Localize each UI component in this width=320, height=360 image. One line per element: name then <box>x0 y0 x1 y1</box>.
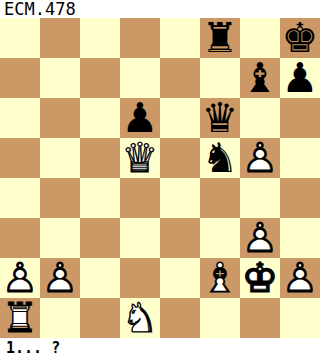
black-bishop-g7: ♝ <box>240 58 280 98</box>
square-h8[interactable]: ♚ <box>280 18 320 58</box>
square-f6[interactable]: ♛ <box>200 98 240 138</box>
square-c7[interactable] <box>80 58 120 98</box>
black-queen-f6: ♛ <box>200 98 240 138</box>
white-pawn-a2: ♙ <box>0 258 40 298</box>
square-e8[interactable] <box>160 18 200 58</box>
square-a4[interactable] <box>0 178 40 218</box>
square-f1[interactable] <box>200 298 240 338</box>
square-h2[interactable]: ♟♙ <box>280 258 320 298</box>
white-pawn-b2: ♙ <box>40 258 80 298</box>
square-c1[interactable] <box>80 298 120 338</box>
square-g7[interactable]: ♝ <box>240 58 280 98</box>
square-h5[interactable] <box>280 138 320 178</box>
square-f4[interactable] <box>200 178 240 218</box>
move-prompt: 1... ? <box>6 338 60 358</box>
puzzle-title: ECM.478 <box>4 0 76 18</box>
square-a7[interactable] <box>0 58 40 98</box>
white-rook-a1-fill: ♜ <box>0 298 40 338</box>
square-h4[interactable] <box>280 178 320 218</box>
white-king-g2: ♔ <box>240 258 280 298</box>
square-e6[interactable] <box>160 98 200 138</box>
square-g4[interactable] <box>240 178 280 218</box>
white-pawn-g3-fill: ♟ <box>240 218 280 258</box>
square-d6[interactable]: ♟ <box>120 98 160 138</box>
square-b6[interactable] <box>40 98 80 138</box>
chess-board: ♜♚♝♟♟♛♛♕♞♟♙♟♙♟♙♟♙♝♗♚♔♟♙♜♖♞♘ <box>0 18 320 338</box>
white-pawn-g3: ♙ <box>240 218 280 258</box>
white-bishop-f2: ♗ <box>200 258 240 298</box>
white-queen-d5-fill: ♛ <box>120 138 160 178</box>
square-f2[interactable]: ♝♗ <box>200 258 240 298</box>
square-a6[interactable] <box>0 98 40 138</box>
square-b4[interactable] <box>40 178 80 218</box>
square-b8[interactable] <box>40 18 80 58</box>
square-g2[interactable]: ♚♔ <box>240 258 280 298</box>
square-e5[interactable] <box>160 138 200 178</box>
white-knight-d1: ♘ <box>120 298 160 338</box>
white-knight-d1-fill: ♞ <box>120 298 160 338</box>
square-f5[interactable]: ♞ <box>200 138 240 178</box>
white-pawn-h2: ♙ <box>280 258 320 298</box>
square-e7[interactable] <box>160 58 200 98</box>
black-rook-f8: ♜ <box>200 18 240 58</box>
square-g8[interactable] <box>240 18 280 58</box>
square-g3[interactable]: ♟♙ <box>240 218 280 258</box>
white-pawn-a2-fill: ♟ <box>0 258 40 298</box>
square-f8[interactable]: ♜ <box>200 18 240 58</box>
square-d5[interactable]: ♛♕ <box>120 138 160 178</box>
square-a2[interactable]: ♟♙ <box>0 258 40 298</box>
square-d8[interactable] <box>120 18 160 58</box>
square-b5[interactable] <box>40 138 80 178</box>
white-pawn-h2-fill: ♟ <box>280 258 320 298</box>
white-pawn-b2-fill: ♟ <box>40 258 80 298</box>
square-h1[interactable] <box>280 298 320 338</box>
square-d1[interactable]: ♞♘ <box>120 298 160 338</box>
black-knight-f5: ♞ <box>200 138 240 178</box>
square-a1[interactable]: ♜♖ <box>0 298 40 338</box>
square-f7[interactable] <box>200 58 240 98</box>
square-c3[interactable] <box>80 218 120 258</box>
white-king-g2-fill: ♚ <box>240 258 280 298</box>
black-pawn-h7: ♟ <box>280 58 320 98</box>
square-h6[interactable] <box>280 98 320 138</box>
square-e3[interactable] <box>160 218 200 258</box>
square-b7[interactable] <box>40 58 80 98</box>
square-c8[interactable] <box>80 18 120 58</box>
square-c2[interactable] <box>80 258 120 298</box>
square-b3[interactable] <box>40 218 80 258</box>
square-e2[interactable] <box>160 258 200 298</box>
square-e4[interactable] <box>160 178 200 218</box>
square-a8[interactable] <box>0 18 40 58</box>
square-h7[interactable]: ♟ <box>280 58 320 98</box>
square-f3[interactable] <box>200 218 240 258</box>
white-pawn-g5: ♙ <box>240 138 280 178</box>
square-a5[interactable] <box>0 138 40 178</box>
white-bishop-f2-fill: ♝ <box>200 258 240 298</box>
square-g6[interactable] <box>240 98 280 138</box>
square-c5[interactable] <box>80 138 120 178</box>
square-d2[interactable] <box>120 258 160 298</box>
square-g5[interactable]: ♟♙ <box>240 138 280 178</box>
square-c4[interactable] <box>80 178 120 218</box>
square-e1[interactable] <box>160 298 200 338</box>
square-d3[interactable] <box>120 218 160 258</box>
black-pawn-d6: ♟ <box>120 98 160 138</box>
square-g1[interactable] <box>240 298 280 338</box>
square-c6[interactable] <box>80 98 120 138</box>
white-pawn-g5-fill: ♟ <box>240 138 280 178</box>
square-b1[interactable] <box>40 298 80 338</box>
square-b2[interactable]: ♟♙ <box>40 258 80 298</box>
square-d7[interactable] <box>120 58 160 98</box>
square-h3[interactable] <box>280 218 320 258</box>
square-d4[interactable] <box>120 178 160 218</box>
white-queen-d5: ♕ <box>120 138 160 178</box>
black-king-h8: ♚ <box>280 18 320 58</box>
square-a3[interactable] <box>0 218 40 258</box>
white-rook-a1: ♖ <box>0 298 40 338</box>
